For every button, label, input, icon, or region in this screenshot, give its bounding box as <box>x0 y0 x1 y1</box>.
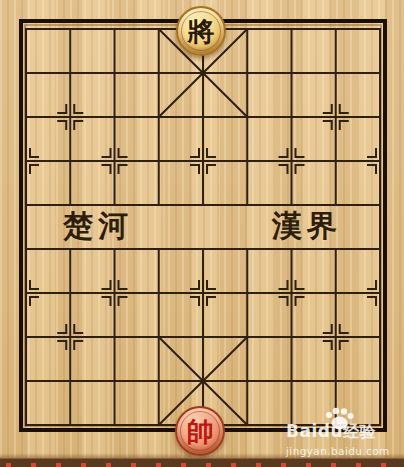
watermark-brand-suffix: 经验 <box>343 422 376 441</box>
red-marshal-glyph: 帥 <box>187 418 214 445</box>
piece-grid: 將 帥 <box>4 7 402 447</box>
watermark-url: jingyan.baidu.com <box>286 445 402 457</box>
xiangqi-screenshot: 楚河 漢界 將 帥 Baidu经验 jingyan.baidu.com <box>0 0 404 467</box>
piece-tray-edge <box>0 458 404 467</box>
watermark-brand: Baidu经验 <box>286 421 402 443</box>
black-general-glyph: 將 <box>188 18 215 45</box>
piece-red-marshal[interactable]: 帥 <box>175 406 225 456</box>
piece-black-general[interactable]: 將 <box>176 6 226 56</box>
watermark: Baidu经验 jingyan.baidu.com <box>286 408 402 457</box>
watermark-brand-name: Baidu <box>286 421 343 441</box>
